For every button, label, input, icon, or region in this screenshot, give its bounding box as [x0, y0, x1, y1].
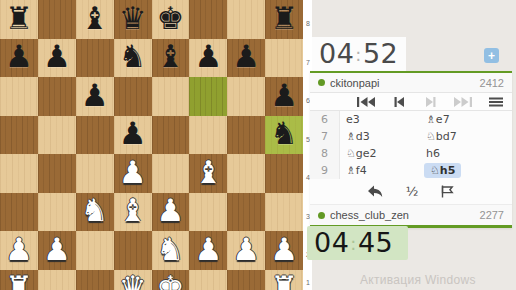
black-rook-h8: ♜: [270, 3, 298, 34]
black-bishop-c8: ♝: [81, 3, 109, 34]
undo-arrow-icon: [367, 185, 384, 198]
square-d5[interactable]: ♟: [114, 116, 152, 155]
white-pawn-d4: ♟: [119, 157, 147, 188]
move-number: 8: [310, 145, 340, 162]
square-h2[interactable]: ♟: [265, 231, 303, 270]
square-c3[interactable]: ♞: [76, 193, 114, 232]
white-rook-h1: ♜: [270, 272, 298, 290]
white-pawn-g2: ♟: [232, 234, 260, 265]
square-d8[interactable]: ♛: [114, 0, 152, 39]
square-c1[interactable]: [76, 270, 114, 290]
clock-colon: :: [354, 44, 363, 65]
move-san: ♘bd7: [426, 130, 457, 143]
square-g2[interactable]: ♟: [227, 231, 265, 270]
add-time-button[interactable]: +: [484, 48, 499, 63]
square-h1[interactable]: ♜: [265, 270, 303, 290]
step-forward-icon: [421, 96, 441, 108]
online-dot-icon: [318, 79, 325, 86]
square-f4[interactable]: ♝: [189, 154, 227, 193]
move-6-white[interactable]: e3: [340, 111, 420, 128]
opponent-row: ckitonpapi 2412: [310, 73, 512, 92]
rank-label-7: 7: [304, 59, 312, 67]
move-7-black[interactable]: ♘bd7: [420, 128, 512, 145]
move-san: ♘ge2: [346, 147, 377, 160]
rank-label-1: 1: [304, 279, 312, 287]
chess-board[interactable]: ♜♝♛♚♜♟♟♞♝♟♟♟♟♟♞♟♝♞♝♟♟♟♞♟♟♟♜♛♚♜: [0, 0, 303, 290]
side-panel: 04:52 + ckitonpapi 2412 6e3♗e77♗d3♘bd78♘…: [312, 0, 516, 290]
square-e3[interactable]: ♟: [152, 193, 190, 232]
square-e2[interactable]: ♞: [152, 231, 190, 270]
square-b6[interactable]: [38, 77, 76, 116]
move-number: 6: [310, 111, 340, 128]
move-list: 6e3♗e77♗d3♘bd78♘ge2h69♗f4♘h5: [310, 111, 512, 179]
move-7-white[interactable]: ♗d3: [340, 128, 420, 145]
white-pawn-a2: ♟: [5, 234, 33, 265]
step-back-icon: [389, 96, 409, 108]
player-name[interactable]: chess_club_zen: [330, 209, 409, 221]
move-number: 7: [310, 128, 340, 145]
black-king-e8: ♚: [157, 3, 185, 34]
square-h4[interactable]: [265, 154, 303, 193]
move-san: ♗f4: [346, 164, 367, 177]
square-f1[interactable]: [189, 270, 227, 290]
go-last-button[interactable]: [447, 93, 479, 110]
resign-button[interactable]: [440, 185, 455, 198]
square-g3[interactable]: [227, 193, 265, 232]
white-knight-e2: ♞: [157, 234, 185, 265]
square-h3[interactable]: [265, 193, 303, 232]
square-d7[interactable]: ♞: [114, 39, 152, 78]
player-clock-minutes: 04: [314, 227, 349, 258]
square-g5[interactable]: [227, 116, 265, 155]
hamburger-icon: [486, 96, 506, 108]
square-c8[interactable]: ♝: [76, 0, 114, 39]
move-san: ♗e7: [426, 113, 450, 126]
opponent-rating: 2412: [480, 77, 504, 89]
square-g7[interactable]: ♟: [227, 39, 265, 78]
square-c2[interactable]: [76, 231, 114, 270]
square-h5[interactable]: ♞: [265, 116, 303, 155]
black-knight-h5: ♞: [270, 118, 298, 149]
square-c4[interactable]: [76, 154, 114, 193]
square-e5[interactable]: [152, 116, 190, 155]
square-h8[interactable]: ♜: [265, 0, 303, 39]
square-b1[interactable]: [38, 270, 76, 290]
move-9-black[interactable]: ♘h5: [420, 162, 512, 179]
rank-label-8: 8: [304, 20, 312, 28]
move-8-black[interactable]: h6: [420, 145, 512, 162]
black-pawn-b7: ♟: [43, 41, 71, 72]
square-b2[interactable]: ♟: [38, 231, 76, 270]
square-e6[interactable]: [152, 77, 190, 116]
windows-activation-watermark: Активация Windows: [360, 273, 476, 287]
black-pawn-d5: ♟: [119, 118, 147, 149]
square-a3[interactable]: [0, 193, 38, 232]
black-pawn-f7: ♟: [194, 41, 222, 72]
square-e4[interactable]: [152, 154, 190, 193]
move-8-white[interactable]: ♘ge2: [340, 145, 420, 162]
square-a7[interactable]: ♟: [0, 39, 38, 78]
black-knight-d7: ♞: [119, 41, 147, 72]
square-a8[interactable]: ♜: [0, 0, 38, 39]
black-rook-a8: ♜: [5, 3, 33, 34]
opponent-clock-minutes: 04: [319, 38, 354, 69]
flag-icon: [440, 185, 455, 198]
black-pawn-c6: ♟: [81, 80, 109, 111]
clock-colon: :: [349, 233, 358, 254]
square-d2[interactable]: [114, 231, 152, 270]
opponent-clock-seconds: 52: [363, 38, 398, 69]
white-bishop-f4: ♝: [194, 157, 222, 188]
square-g8[interactable]: [227, 0, 265, 39]
white-rook-a1: ♜: [5, 272, 33, 290]
black-pawn-a7: ♟: [5, 41, 33, 72]
white-pawn-h2: ♟: [270, 234, 298, 265]
white-knight-c3: ♞: [81, 195, 109, 226]
go-back-button[interactable]: [382, 93, 414, 110]
white-pawn-b2: ♟: [43, 234, 71, 265]
square-c5[interactable]: [76, 116, 114, 155]
white-queen-d1: ♛: [119, 272, 147, 290]
square-e8[interactable]: ♚: [152, 0, 190, 39]
opponent-name[interactable]: ckitonpapi: [330, 77, 380, 89]
skip-to-end-icon: [453, 96, 473, 108]
move-6-black[interactable]: ♗e7: [420, 111, 512, 128]
square-g4[interactable]: [227, 154, 265, 193]
black-pawn-g7: ♟: [232, 41, 260, 72]
skip-to-start-icon: [356, 96, 376, 108]
square-f7[interactable]: ♟: [189, 39, 227, 78]
online-dot-icon: [318, 212, 325, 219]
action-bar: ½: [310, 179, 512, 204]
black-queen-d8: ♛: [119, 3, 147, 34]
square-h7[interactable]: [265, 39, 303, 78]
square-a2[interactable]: ♟: [0, 231, 38, 270]
square-b4[interactable]: [38, 154, 76, 193]
move-nav: [310, 92, 512, 111]
square-a4[interactable]: [0, 154, 38, 193]
offer-draw-button[interactable]: ½: [406, 184, 419, 199]
takeback-button[interactable]: [367, 185, 384, 198]
square-f6[interactable]: [189, 77, 227, 116]
square-b8[interactable]: [38, 0, 76, 39]
white-pawn-e3: ♟: [157, 195, 185, 226]
move-number: 9: [310, 162, 340, 179]
square-d4[interactable]: ♟: [114, 154, 152, 193]
square-d3[interactable]: ♝: [114, 193, 152, 232]
square-e1[interactable]: ♚: [152, 270, 190, 290]
square-f8[interactable]: [189, 0, 227, 39]
black-bishop-e7: ♝: [157, 41, 185, 72]
square-g6[interactable]: [227, 77, 265, 116]
move-san: h6: [426, 147, 440, 160]
square-f2[interactable]: ♟: [189, 231, 227, 270]
move-san: ♗d3: [346, 130, 370, 143]
opponent-clock: 04:52: [312, 37, 406, 71]
player-clock-seconds: 45: [358, 227, 393, 258]
square-c7[interactable]: [76, 39, 114, 78]
square-b3[interactable]: [38, 193, 76, 232]
square-a5[interactable]: [0, 116, 38, 155]
player-rating: 2277: [480, 209, 504, 221]
player-clock: 04:45: [307, 226, 408, 260]
square-b7[interactable]: ♟: [38, 39, 76, 78]
square-f5[interactable]: [189, 116, 227, 155]
chess-board-grid[interactable]: ♜♝♛♚♜♟♟♞♝♟♟♟♟♟♞♟♝♞♝♟♟♟♞♟♟♟♜♛♚♜: [0, 0, 303, 290]
move-9-white[interactable]: ♗f4: [340, 162, 420, 179]
app-root: ♜♝♛♚♜♟♟♞♝♟♟♟♟♟♞♟♝♞♝♟♟♟♞♟♟♟♜♛♚♜ 87654321 …: [0, 0, 516, 290]
square-a1[interactable]: ♜: [0, 270, 38, 290]
white-pawn-f2: ♟: [194, 234, 222, 265]
square-b5[interactable]: [38, 116, 76, 155]
move-san: e3: [346, 113, 360, 126]
go-forward-button[interactable]: [415, 93, 447, 110]
go-first-button[interactable]: [350, 93, 382, 110]
square-a6[interactable]: [0, 77, 38, 116]
square-e7[interactable]: ♝: [152, 39, 190, 78]
square-c6[interactable]: ♟: [76, 77, 114, 116]
square-g1[interactable]: [227, 270, 265, 290]
white-bishop-d3: ♝: [119, 195, 147, 226]
black-pawn-h6: ♟: [270, 80, 298, 111]
game-card: ckitonpapi 2412 6e3♗e77♗d3♘bd78♘ge2h69♗f…: [310, 71, 512, 228]
square-d6[interactable]: [114, 77, 152, 116]
square-f3[interactable]: [189, 193, 227, 232]
white-king-e1: ♚: [157, 272, 185, 290]
square-d1[interactable]: ♛: [114, 270, 152, 290]
current-move: ♘h5: [424, 163, 461, 178]
square-h6[interactable]: ♟: [265, 77, 303, 116]
menu-button[interactable]: [480, 93, 512, 110]
player-row: chess_club_zen 2277: [310, 204, 512, 225]
